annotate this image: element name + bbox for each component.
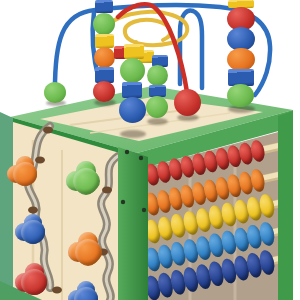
stack-shadow <box>147 118 168 125</box>
abacus-row-dark_blue <box>143 248 275 300</box>
abacus-row-light_blue <box>143 221 275 273</box>
maze-knob-blue <box>15 214 51 250</box>
abacus-bead-orange <box>190 180 208 205</box>
abacus-bead-orange <box>249 167 267 192</box>
knob-lobe <box>24 214 42 232</box>
abacus-bead-red <box>144 162 161 186</box>
abacus-bead-light_blue <box>258 221 277 247</box>
knob-lobe <box>73 168 99 194</box>
top-face-wood <box>40 97 263 141</box>
abacus-bead-yellow <box>207 204 226 230</box>
abacus-bead-light_blue <box>207 232 226 258</box>
abacus-bead-light_blue <box>245 224 264 250</box>
stack-shadow <box>177 114 199 121</box>
middle-stack-yellow-cube <box>139 50 154 63</box>
knob-lobe <box>80 290 98 300</box>
abacus-bead-yellow <box>232 198 251 224</box>
knob-lobe <box>27 223 45 241</box>
knob-lobe <box>74 287 98 300</box>
abacus-bead-light_blue <box>194 235 213 261</box>
maze-knob-green <box>66 161 106 201</box>
middle-stack-yellow-cube <box>124 44 144 59</box>
wire-blue <box>180 11 202 88</box>
left-stack-red-ball <box>93 81 115 102</box>
abacus-bead-dark_blue <box>219 257 238 284</box>
abacus-bead-dark_blue <box>181 265 200 292</box>
knob-lobe <box>77 293 95 300</box>
left-stack-blue-cube <box>95 0 113 13</box>
maze-track <box>28 126 118 300</box>
abacus-bead-dark_blue <box>156 271 175 298</box>
right-stack-orange-ball <box>227 48 255 71</box>
frame-left-post <box>0 112 13 289</box>
knob-lobe <box>78 246 98 266</box>
maze-peg <box>28 127 112 294</box>
frame-bottom-left <box>0 281 42 300</box>
maze-knob-orange <box>7 156 43 192</box>
frame-front <box>0 0 300 300</box>
board-edge-right <box>137 110 293 170</box>
maze-face-wood <box>13 122 137 300</box>
frame-right-post <box>278 111 293 300</box>
wire-blue <box>55 5 270 98</box>
abacus-bead-light_blue <box>220 229 239 255</box>
bead-maze-wires <box>0 0 300 300</box>
knob-lobe <box>15 273 34 292</box>
wire-yellow <box>104 12 187 45</box>
abacus-bead-red <box>179 155 196 179</box>
knob-lobe <box>66 171 86 191</box>
back-stack-green-ball <box>147 65 168 86</box>
knob-lobe <box>7 165 25 183</box>
abacus-bead-light_blue <box>143 246 162 272</box>
right-stack-blue-cube <box>228 69 254 86</box>
activity-cube-photo: const data = JSON.parse(document.getElem… <box>0 0 300 300</box>
abacus-row-yellow <box>143 193 275 245</box>
abacus-bead-yellow <box>143 218 162 244</box>
left-stack-green-ball <box>93 13 115 35</box>
abacus-bead-yellow <box>181 210 200 236</box>
knob-lobe <box>82 242 102 262</box>
middle-stack-blue-cube <box>122 82 142 98</box>
cube-faces <box>0 0 300 300</box>
knob-lobe <box>68 242 88 262</box>
abacus-bead-yellow <box>194 207 213 233</box>
wood-grain <box>70 108 200 125</box>
bead-stacks-layer <box>0 0 300 300</box>
knob-lobe <box>16 156 34 174</box>
maze-knob-orange <box>68 232 108 272</box>
abacus-bead-orange <box>179 183 197 208</box>
right-stack-yellow-cube <box>228 0 254 8</box>
abacus-bead-dark_blue <box>207 260 226 287</box>
knob-lobe <box>25 263 44 282</box>
stack-shadow <box>228 105 255 113</box>
knob-lobe <box>68 290 86 300</box>
abacus-bead-orange <box>167 186 185 211</box>
abacus-bead-red <box>214 147 231 171</box>
stack-shadow <box>94 99 116 106</box>
abacus-bead-yellow <box>156 215 175 241</box>
left-stack-yellow-cube <box>95 34 114 48</box>
corner-post <box>118 147 148 300</box>
maze-knob-red <box>15 263 53 300</box>
abacus-bead-red <box>237 141 254 165</box>
back-stack-green-ball <box>146 96 168 118</box>
abacus-bead-orange <box>202 178 220 203</box>
middle-stack-red-cube <box>114 46 127 59</box>
knob-lobe <box>21 269 46 294</box>
abacus-bead-red <box>202 149 219 173</box>
abacus-bead-yellow <box>245 196 264 222</box>
abacus-bead-red <box>226 144 243 168</box>
abacus-bead-dark_blue <box>143 274 162 300</box>
back-stack-blue-cube <box>149 85 166 97</box>
abacus-bead-yellow <box>169 213 188 239</box>
abacus-row-red <box>144 139 266 187</box>
abacus-bead-dark_blue <box>169 268 188 295</box>
abacus-bead-orange <box>155 188 173 213</box>
middle-stack-green-ball <box>120 58 145 83</box>
lone-green-ball-green-ball <box>44 82 66 103</box>
knob-lobe <box>78 232 98 252</box>
abacus-bead-dark_blue <box>245 251 264 278</box>
screw <box>121 150 146 212</box>
wood-grain <box>90 113 230 133</box>
abacus-bead-yellow <box>258 193 277 219</box>
abacus-bead-light_blue <box>232 226 251 252</box>
top-face-border <box>10 86 293 153</box>
knob-lobe <box>76 175 96 195</box>
abacus-bead-light_blue <box>156 243 175 269</box>
back-stack-blue-cube <box>152 55 168 67</box>
right-stack-blue-ball <box>227 27 255 51</box>
abacus-row-orange <box>143 168 265 217</box>
knob-lobe <box>76 161 96 181</box>
knob-lobe <box>19 165 37 183</box>
abacus-bead-red <box>190 152 207 176</box>
abacus-bead-orange <box>237 170 255 195</box>
abacus-bead-dark_blue <box>232 254 251 281</box>
stack-shadow <box>120 130 146 138</box>
right-stack-red-ball <box>227 7 255 31</box>
stack-shadow <box>46 100 66 106</box>
abacus-bead-orange <box>143 191 161 216</box>
maze-knob-blue <box>68 281 104 300</box>
knob-lobe <box>24 226 42 244</box>
abacus-bead-dark_blue <box>257 248 276 275</box>
abacus-bead-light_blue <box>181 238 200 264</box>
knob-lobe <box>13 162 37 186</box>
abacus-bead-red <box>155 160 172 184</box>
abacus-backboard <box>137 128 293 300</box>
abacus-bead-yellow <box>220 201 239 227</box>
knob-lobe <box>16 168 34 186</box>
knob-lobe <box>21 220 45 244</box>
abacus-bead-light_blue <box>169 241 188 267</box>
knob-lobe <box>15 223 33 241</box>
knob-lobe <box>28 273 47 292</box>
abacus-bead-orange <box>214 175 232 200</box>
knob-lobe <box>80 171 100 191</box>
knob-lobe <box>25 276 44 295</box>
abacus-bead-dark_blue <box>194 262 213 289</box>
knob-lobe <box>75 239 101 265</box>
middle-stack-blue-ball <box>119 97 146 123</box>
wire-blue <box>93 12 99 80</box>
left-stack-blue-cube <box>95 67 114 83</box>
right-stack-green-ball <box>227 84 254 107</box>
beads-and-knobs-layer <box>0 0 300 300</box>
wire-red <box>118 4 187 92</box>
left-stack-orange-ball <box>94 47 115 68</box>
abacus-bead-red <box>167 157 184 181</box>
board-edge-left <box>10 117 137 168</box>
red-ball-on-wire-red-ball <box>174 89 201 116</box>
abacus-bead-orange <box>225 173 243 198</box>
abacus-rods <box>146 145 281 289</box>
abacus-bead-red <box>249 139 266 163</box>
knob-lobe <box>77 281 95 299</box>
